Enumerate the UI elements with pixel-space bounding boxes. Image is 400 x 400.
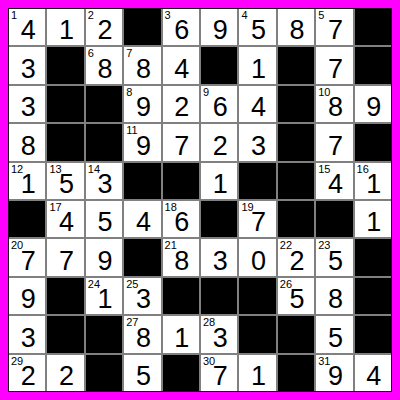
cell-digit: 5: [49, 171, 83, 198]
cell-digit: 2: [49, 363, 83, 390]
cell-digit: 7: [165, 133, 199, 160]
cell-r8c1[interactable]: 9: [9, 278, 45, 314]
cell-r10c1[interactable]: 292: [9, 355, 45, 391]
black-cell-r4c8: [278, 124, 314, 160]
cell-digit: 8: [318, 286, 352, 313]
cell-digit: 8: [88, 56, 122, 83]
cell-digit: 9: [126, 94, 160, 121]
cell-r4c1[interactable]: 8: [9, 124, 45, 160]
cell-digit: 8: [126, 325, 160, 352]
black-cell-r1c10: [355, 9, 391, 45]
cell-r6c7[interactable]: 197: [239, 201, 275, 237]
black-cell-r10c8: [278, 355, 314, 391]
cell-r7c6[interactable]: 3: [201, 239, 237, 275]
cell-r8c8[interactable]: 265: [278, 278, 314, 314]
cell-digit: 3: [203, 248, 237, 275]
cell-r4c9[interactable]: 7: [316, 124, 352, 160]
magenta-frame: 1412236945857368784173892964108981197237…: [0, 0, 400, 400]
cell-r3c6[interactable]: 96: [201, 86, 237, 122]
cell-digit: 1: [165, 325, 199, 352]
cell-digit: 1: [241, 56, 275, 83]
cell-r3c7[interactable]: 4: [239, 86, 275, 122]
black-cell-r8c10: [355, 278, 391, 314]
cell-r3c4[interactable]: 89: [124, 86, 160, 122]
cell-digit: 9: [318, 363, 352, 390]
cell-digit: 7: [241, 209, 275, 236]
cell-r3c5[interactable]: 2: [163, 86, 199, 122]
black-cell-r6c1: [9, 201, 45, 237]
black-cell-r4c3: [86, 124, 122, 160]
cell-digit: 5: [241, 17, 275, 44]
cell-r2c5[interactable]: 4: [163, 47, 199, 83]
cell-digit: 3: [11, 94, 45, 121]
black-cell-r6c8: [278, 201, 314, 237]
black-cell-r9c8: [278, 316, 314, 352]
cell-r2c9[interactable]: 7: [316, 47, 352, 83]
black-cell-r3c2: [47, 86, 83, 122]
cell-r10c7[interactable]: 1: [239, 355, 275, 391]
cell-digit: 7: [318, 133, 352, 160]
black-cell-r9c3: [86, 316, 122, 352]
cell-digit: 7: [11, 248, 45, 275]
cell-digit: 9: [203, 17, 237, 44]
cell-digit: 8: [11, 133, 45, 160]
cell-digit: 9: [11, 286, 45, 313]
cell-digit: 2: [280, 248, 314, 275]
black-cell-r9c10: [355, 316, 391, 352]
cell-r5c10[interactable]: 161: [355, 163, 391, 199]
cell-digit: 9: [88, 248, 122, 275]
cell-r1c2[interactable]: 1: [47, 9, 83, 45]
cell-digit: 1: [357, 171, 391, 198]
cell-r6c5[interactable]: 186: [163, 201, 199, 237]
cell-r5c6[interactable]: 1: [201, 163, 237, 199]
cell-r7c1[interactable]: 207: [9, 239, 45, 275]
black-cell-r2c6: [201, 47, 237, 83]
cell-r1c7[interactable]: 45: [239, 9, 275, 45]
cell-r8c3[interactable]: 241: [86, 278, 122, 314]
black-cell-r9c2: [47, 316, 83, 352]
cell-digit: 5: [318, 248, 352, 275]
cell-digit: 2: [203, 133, 237, 160]
crossnumber-board: 1412236945857368784173892964108981197237…: [8, 8, 392, 392]
cell-digit: 6: [165, 17, 199, 44]
cell-r7c3[interactable]: 9: [86, 239, 122, 275]
black-cell-r8c5: [163, 278, 199, 314]
black-cell-r9c7: [239, 316, 275, 352]
cell-r5c1[interactable]: 121: [9, 163, 45, 199]
cell-r2c3[interactable]: 68: [86, 47, 122, 83]
cell-r10c2[interactable]: 2: [47, 355, 83, 391]
cell-r6c10[interactable]: 1: [355, 201, 391, 237]
cell-digit: 6: [203, 94, 237, 121]
cell-digit: 3: [203, 325, 237, 352]
cell-digit: 4: [357, 363, 391, 390]
black-cell-r6c9: [316, 201, 352, 237]
black-cell-r3c8: [278, 86, 314, 122]
cell-r7c5[interactable]: 218: [163, 239, 199, 275]
black-cell-r10c3: [86, 355, 122, 391]
cell-r10c4[interactable]: 5: [124, 355, 160, 391]
cell-r1c3[interactable]: 22: [86, 9, 122, 45]
cell-digit: 7: [49, 248, 83, 275]
black-cell-r5c5: [163, 163, 199, 199]
cell-digit: 1: [203, 171, 237, 198]
cell-r6c2[interactable]: 174: [47, 201, 83, 237]
cell-digit: 3: [11, 56, 45, 83]
cell-r3c9[interactable]: 108: [316, 86, 352, 122]
cell-r1c5[interactable]: 36: [163, 9, 199, 45]
black-cell-r5c7: [239, 163, 275, 199]
cell-digit: 2: [88, 17, 122, 44]
cell-digit: 8: [280, 17, 314, 44]
cell-r4c4[interactable]: 119: [124, 124, 160, 160]
black-cell-r2c10: [355, 47, 391, 83]
black-cell-r8c6: [201, 278, 237, 314]
cell-r5c9[interactable]: 154: [316, 163, 352, 199]
cell-digit: 1: [49, 17, 83, 44]
cell-r1c1[interactable]: 14: [9, 9, 45, 45]
cell-digit: 2: [165, 94, 199, 121]
cell-digit: 1: [357, 209, 391, 236]
black-cell-r7c10: [355, 239, 391, 275]
cell-r7c8[interactable]: 222: [278, 239, 314, 275]
cell-r4c6[interactable]: 2: [201, 124, 237, 160]
black-cell-r4c10: [355, 124, 391, 160]
cell-digit: 2: [11, 363, 45, 390]
cell-digit: 7: [318, 56, 352, 83]
cell-r3c10[interactable]: 9: [355, 86, 391, 122]
cell-digit: 8: [165, 248, 199, 275]
cell-r8c4[interactable]: 253: [124, 278, 160, 314]
cell-digit: 3: [88, 171, 122, 198]
cell-r6c3[interactable]: 5: [86, 201, 122, 237]
cell-r9c5[interactable]: 1: [163, 316, 199, 352]
black-cell-r5c4: [124, 163, 160, 199]
cell-digit: 3: [11, 325, 45, 352]
cell-digit: 0: [241, 248, 275, 275]
cell-digit: 4: [318, 171, 352, 198]
cell-r4c5[interactable]: 7: [163, 124, 199, 160]
cell-digit: 4: [165, 56, 199, 83]
cell-r2c7[interactable]: 1: [239, 47, 275, 83]
cell-r5c3[interactable]: 143: [86, 163, 122, 199]
cell-r6c4[interactable]: 4: [124, 201, 160, 237]
cell-r1c6[interactable]: 9: [201, 9, 237, 45]
cell-digit: 4: [11, 17, 45, 44]
cell-r10c10[interactable]: 4: [355, 355, 391, 391]
cell-digit: 9: [126, 133, 160, 160]
cell-digit: 5: [318, 325, 352, 352]
cell-r3c1[interactable]: 3: [9, 86, 45, 122]
cell-r5c2[interactable]: 135: [47, 163, 83, 199]
cell-r1c8[interactable]: 8: [278, 9, 314, 45]
cell-digit: 1: [11, 171, 45, 198]
cell-digit: 3: [241, 133, 275, 160]
cell-digit: 4: [49, 209, 83, 236]
cell-digit: 8: [318, 94, 352, 121]
cell-digit: 1: [88, 286, 122, 313]
cell-r8c9[interactable]: 8: [316, 278, 352, 314]
cell-digit: 4: [126, 209, 160, 236]
black-cell-r2c2: [47, 47, 83, 83]
black-cell-r5c8: [278, 163, 314, 199]
cell-digit: 8: [126, 56, 160, 83]
cell-digit: 1: [241, 363, 275, 390]
black-cell-r6c6: [201, 201, 237, 237]
black-cell-r8c2: [47, 278, 83, 314]
cell-digit: 5: [126, 363, 160, 390]
black-cell-r7c4: [124, 239, 160, 275]
cell-r2c1[interactable]: 3: [9, 47, 45, 83]
black-cell-r4c2: [47, 124, 83, 160]
black-cell-r8c7: [239, 278, 275, 314]
cell-r7c9[interactable]: 235: [316, 239, 352, 275]
cell-digit: 3: [126, 286, 160, 313]
black-cell-r1c4: [124, 9, 160, 45]
cell-digit: 5: [88, 209, 122, 236]
cell-r9c9[interactable]: 5: [316, 316, 352, 352]
cell-r7c7[interactable]: 0: [239, 239, 275, 275]
cell-digit: 6: [165, 209, 199, 236]
cell-r10c9[interactable]: 319: [316, 355, 352, 391]
cell-digit: 9: [357, 94, 391, 121]
cell-r4c7[interactable]: 3: [239, 124, 275, 160]
cell-r9c1[interactable]: 3: [9, 316, 45, 352]
black-cell-r2c8: [278, 47, 314, 83]
cell-r7c2[interactable]: 7: [47, 239, 83, 275]
cell-r10c6[interactable]: 307: [201, 355, 237, 391]
cell-digit: 7: [203, 363, 237, 390]
black-cell-r3c3: [86, 86, 122, 122]
cell-digit: 4: [241, 94, 275, 121]
cell-r9c4[interactable]: 278: [124, 316, 160, 352]
cell-r1c9[interactable]: 57: [316, 9, 352, 45]
cell-r9c6[interactable]: 283: [201, 316, 237, 352]
cell-digit: 5: [280, 286, 314, 313]
cell-r2c4[interactable]: 78: [124, 47, 160, 83]
cell-digit: 7: [318, 17, 352, 44]
black-cell-r10c5: [163, 355, 199, 391]
